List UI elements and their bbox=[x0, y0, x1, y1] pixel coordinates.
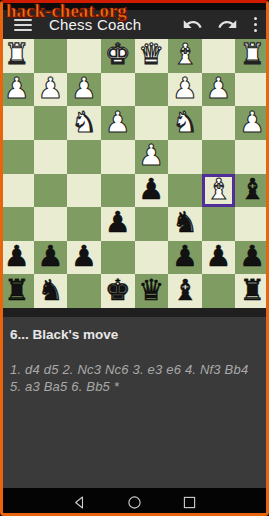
square-h3[interactable] bbox=[0, 106, 34, 140]
square-e5[interactable] bbox=[101, 174, 135, 208]
black-pawn: ♟ bbox=[105, 208, 131, 237]
square-h2[interactable]: ♟ bbox=[0, 73, 34, 107]
square-d7[interactable] bbox=[135, 241, 169, 275]
toolbar-actions bbox=[180, 12, 261, 37]
white-pawn: ♟ bbox=[239, 108, 265, 137]
back-triangle-icon bbox=[71, 494, 88, 511]
white-pawn: ♟ bbox=[105, 108, 131, 137]
black-knight: ♞ bbox=[37, 276, 63, 305]
undo-button[interactable] bbox=[180, 12, 205, 37]
square-g6[interactable] bbox=[34, 207, 68, 241]
square-d8[interactable]: ♛ bbox=[135, 274, 169, 308]
black-pawn: ♟ bbox=[206, 242, 232, 271]
white-pawn: ♟ bbox=[4, 74, 30, 103]
redo-button[interactable] bbox=[215, 12, 240, 37]
white-queen: ♛ bbox=[138, 40, 164, 69]
square-f7[interactable]: ♟ bbox=[67, 241, 101, 275]
black-pawn: ♟ bbox=[71, 242, 97, 271]
square-c3[interactable]: ♞ bbox=[168, 106, 202, 140]
black-king: ♚ bbox=[105, 276, 131, 305]
white-pawn: ♟ bbox=[37, 74, 63, 103]
square-a2[interactable] bbox=[235, 73, 269, 107]
black-pawn: ♟ bbox=[239, 242, 265, 271]
square-f2[interactable]: ♟ bbox=[67, 73, 101, 107]
square-f1[interactable] bbox=[67, 39, 101, 73]
move-list: 1. d4 d5 2. Nc3 Nc6 3. e3 e6 4. Nf3 Bb4 … bbox=[10, 361, 257, 395]
chess-board[interactable]: ♜♚♛♝♜♟♟♟♟♟♞♟♞♟♟♟♝♝♟♞♟♟♟♟♟♟♜♞♚♛♝♜ bbox=[0, 39, 269, 308]
square-g4[interactable] bbox=[34, 140, 68, 174]
android-nav-bar bbox=[0, 488, 269, 516]
square-d1[interactable]: ♛ bbox=[135, 39, 169, 73]
square-g1[interactable] bbox=[34, 39, 68, 73]
square-d5[interactable]: ♟ bbox=[135, 174, 169, 208]
app-title: Chess Coach bbox=[49, 16, 141, 33]
square-e2[interactable] bbox=[101, 73, 135, 107]
square-g7[interactable]: ♟ bbox=[34, 241, 68, 275]
square-b6[interactable] bbox=[202, 207, 236, 241]
black-pawn: ♟ bbox=[172, 242, 198, 271]
square-d2[interactable] bbox=[135, 73, 169, 107]
black-bishop: ♝ bbox=[172, 276, 198, 305]
black-rook: ♜ bbox=[239, 276, 265, 305]
square-a8[interactable]: ♜ bbox=[235, 274, 269, 308]
white-rook: ♜ bbox=[4, 40, 30, 69]
square-e6[interactable]: ♟ bbox=[101, 207, 135, 241]
phone-screen: Chess Coach ♜♚♛♝♜♟♟♟♟♟♞♟♞♟♟♟♝♝♟♞♟♟♟♟♟♟♜♞… bbox=[0, 0, 269, 516]
undo-arrow-icon bbox=[182, 14, 203, 35]
square-a5[interactable]: ♝ bbox=[235, 174, 269, 208]
square-h6[interactable] bbox=[0, 207, 34, 241]
redo-arrow-icon bbox=[217, 14, 238, 35]
square-g2[interactable]: ♟ bbox=[34, 73, 68, 107]
white-king: ♚ bbox=[105, 40, 131, 69]
square-d3[interactable] bbox=[135, 106, 169, 140]
square-c2[interactable]: ♟ bbox=[168, 73, 202, 107]
square-e4[interactable] bbox=[101, 140, 135, 174]
black-pawn: ♟ bbox=[4, 242, 30, 271]
square-a1[interactable]: ♜ bbox=[235, 39, 269, 73]
square-b3[interactable] bbox=[202, 106, 236, 140]
square-b1[interactable] bbox=[202, 39, 236, 73]
square-e8[interactable]: ♚ bbox=[101, 274, 135, 308]
square-f6[interactable] bbox=[67, 207, 101, 241]
black-bishop: ♝ bbox=[239, 175, 265, 204]
white-pawn: ♟ bbox=[172, 74, 198, 103]
recents-square-icon bbox=[181, 494, 198, 511]
black-pawn: ♟ bbox=[138, 175, 164, 204]
square-a4[interactable] bbox=[235, 140, 269, 174]
square-e3[interactable]: ♟ bbox=[101, 106, 135, 140]
square-b5[interactable]: ♝ bbox=[202, 174, 236, 208]
square-a3[interactable]: ♟ bbox=[235, 106, 269, 140]
white-pawn: ♟ bbox=[138, 141, 164, 170]
square-e7[interactable] bbox=[101, 241, 135, 275]
home-button[interactable] bbox=[124, 492, 145, 513]
white-rook: ♜ bbox=[239, 40, 265, 69]
app-toolbar: Chess Coach bbox=[0, 10, 269, 39]
white-bishop: ♝ bbox=[172, 40, 198, 69]
recents-button[interactable] bbox=[179, 492, 200, 513]
move-panel: 6... Black's move 1. d4 d5 2. Nc3 Nc6 3.… bbox=[0, 317, 269, 488]
square-e1[interactable]: ♚ bbox=[101, 39, 135, 73]
square-g3[interactable] bbox=[34, 106, 68, 140]
square-a7[interactable]: ♟ bbox=[235, 241, 269, 275]
white-bishop: ♝ bbox=[206, 175, 232, 204]
square-b2[interactable]: ♟ bbox=[202, 73, 236, 107]
square-f4[interactable] bbox=[67, 140, 101, 174]
home-circle-icon bbox=[126, 494, 143, 511]
board-shadow bbox=[0, 308, 269, 317]
square-b7[interactable]: ♟ bbox=[202, 241, 236, 275]
square-f3[interactable]: ♞ bbox=[67, 106, 101, 140]
square-h5[interactable] bbox=[0, 174, 34, 208]
square-h4[interactable] bbox=[0, 140, 34, 174]
square-c7[interactable]: ♟ bbox=[168, 241, 202, 275]
square-b8[interactable] bbox=[202, 274, 236, 308]
overflow-menu-button[interactable] bbox=[250, 15, 261, 34]
square-b4[interactable] bbox=[202, 140, 236, 174]
square-c6[interactable]: ♞ bbox=[168, 207, 202, 241]
status-bar bbox=[0, 0, 269, 10]
square-c5[interactable] bbox=[168, 174, 202, 208]
square-h7[interactable]: ♟ bbox=[0, 241, 34, 275]
white-knight: ♞ bbox=[172, 108, 198, 137]
square-h1[interactable]: ♜ bbox=[0, 39, 34, 73]
black-pawn: ♟ bbox=[37, 242, 63, 271]
hamburger-menu-icon[interactable] bbox=[14, 19, 32, 31]
white-knight: ♞ bbox=[71, 108, 97, 137]
square-g5[interactable] bbox=[34, 174, 68, 208]
black-queen: ♛ bbox=[138, 276, 164, 305]
square-c4[interactable] bbox=[168, 140, 202, 174]
black-knight: ♞ bbox=[172, 208, 198, 237]
square-f5[interactable] bbox=[67, 174, 101, 208]
square-c1[interactable]: ♝ bbox=[168, 39, 202, 73]
square-h8[interactable]: ♜ bbox=[0, 274, 34, 308]
white-pawn: ♟ bbox=[71, 74, 97, 103]
white-pawn: ♟ bbox=[206, 74, 232, 103]
square-d4[interactable]: ♟ bbox=[135, 140, 169, 174]
square-d6[interactable] bbox=[135, 207, 169, 241]
square-c8[interactable]: ♝ bbox=[168, 274, 202, 308]
square-g8[interactable]: ♞ bbox=[34, 274, 68, 308]
move-status-heading: 6... Black's move bbox=[10, 327, 257, 342]
black-rook: ♜ bbox=[4, 276, 30, 305]
square-f8[interactable] bbox=[67, 274, 101, 308]
back-button[interactable] bbox=[69, 492, 90, 513]
square-a6[interactable] bbox=[235, 207, 269, 241]
